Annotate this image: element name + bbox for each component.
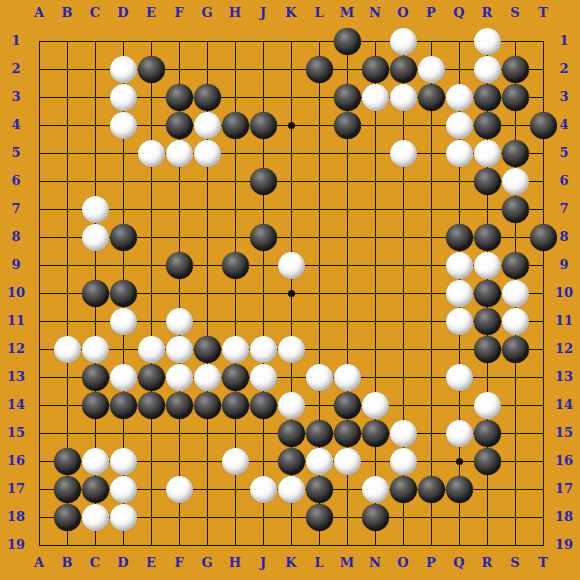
- white-stone: [166, 336, 193, 363]
- black-stone: [306, 56, 333, 83]
- white-stone: [390, 448, 417, 475]
- column-label-top: C: [85, 4, 105, 22]
- column-label-top: S: [505, 4, 525, 22]
- white-stone: [278, 476, 305, 503]
- white-stone: [474, 56, 501, 83]
- black-stone: [418, 84, 445, 111]
- black-stone: [306, 476, 333, 503]
- black-stone: [138, 364, 165, 391]
- black-stone: [194, 336, 221, 363]
- white-stone: [334, 364, 361, 391]
- white-stone: [474, 140, 501, 167]
- white-stone: [474, 28, 501, 55]
- white-stone: [446, 280, 473, 307]
- column-label-top: K: [281, 4, 301, 22]
- black-stone: [166, 252, 193, 279]
- white-stone: [446, 112, 473, 139]
- white-stone: [82, 448, 109, 475]
- white-stone: [390, 140, 417, 167]
- black-stone: [54, 476, 81, 503]
- column-label-top: N: [365, 4, 385, 22]
- white-stone: [446, 84, 473, 111]
- black-stone: [390, 56, 417, 83]
- black-stone: [530, 112, 557, 139]
- black-stone: [446, 224, 473, 251]
- white-stone: [194, 364, 221, 391]
- black-stone: [166, 112, 193, 139]
- white-stone: [474, 392, 501, 419]
- black-stone: [502, 252, 529, 279]
- white-stone: [110, 504, 137, 531]
- white-stone: [446, 308, 473, 335]
- white-stone: [222, 448, 249, 475]
- black-stone: [110, 280, 137, 307]
- column-label-top: J: [253, 4, 273, 22]
- black-stone: [418, 476, 445, 503]
- white-stone: [138, 336, 165, 363]
- white-stone: [222, 336, 249, 363]
- black-stone: [278, 420, 305, 447]
- black-stone: [222, 112, 249, 139]
- white-stone: [138, 140, 165, 167]
- white-stone: [446, 252, 473, 279]
- column-label-top: B: [57, 4, 77, 22]
- white-stone: [390, 420, 417, 447]
- black-stone: [222, 392, 249, 419]
- white-stone: [166, 476, 193, 503]
- column-label-top: Q: [449, 4, 469, 22]
- black-stone: [250, 392, 277, 419]
- black-stone: [278, 448, 305, 475]
- black-stone: [362, 420, 389, 447]
- white-stone: [110, 476, 137, 503]
- black-stone: [250, 112, 277, 139]
- black-stone: [166, 84, 193, 111]
- black-stone: [82, 476, 109, 503]
- black-stone: [306, 504, 333, 531]
- white-stone: [82, 336, 109, 363]
- white-stone: [502, 308, 529, 335]
- white-stone: [110, 308, 137, 335]
- black-stone: [222, 252, 249, 279]
- black-stone: [306, 420, 333, 447]
- black-stone: [362, 56, 389, 83]
- black-stone: [166, 392, 193, 419]
- white-stone: [278, 336, 305, 363]
- black-stone: [82, 364, 109, 391]
- black-stone: [474, 168, 501, 195]
- white-stone: [166, 308, 193, 335]
- white-stone: [250, 364, 277, 391]
- column-label-top: A: [29, 4, 49, 22]
- white-stone: [278, 392, 305, 419]
- black-stone: [222, 364, 249, 391]
- black-stone: [474, 84, 501, 111]
- black-stone: [334, 28, 361, 55]
- column-label-top: T: [533, 4, 553, 22]
- white-stone: [110, 112, 137, 139]
- white-stone: [362, 84, 389, 111]
- black-stone: [474, 336, 501, 363]
- go-board[interactable]: [25, 27, 557, 559]
- black-stone: [474, 420, 501, 447]
- white-stone: [110, 56, 137, 83]
- column-label-top: O: [393, 4, 413, 22]
- white-stone: [250, 336, 277, 363]
- black-stone: [502, 336, 529, 363]
- white-stone: [54, 336, 81, 363]
- white-stone: [306, 448, 333, 475]
- white-stone: [306, 364, 333, 391]
- white-stone: [110, 364, 137, 391]
- white-stone: [362, 476, 389, 503]
- white-stone: [110, 84, 137, 111]
- white-stone: [502, 280, 529, 307]
- black-stone: [362, 504, 389, 531]
- white-stone: [194, 140, 221, 167]
- white-stone: [82, 196, 109, 223]
- go-board-screen: AABBCCDDEEFFGGHHJJKKLLMMNNOOPPQQRRSSTT11…: [0, 0, 580, 580]
- white-stone: [82, 224, 109, 251]
- white-stone: [250, 476, 277, 503]
- black-stone: [138, 56, 165, 83]
- black-stone: [474, 224, 501, 251]
- black-stone: [502, 196, 529, 223]
- column-label-top: D: [113, 4, 133, 22]
- white-stone: [166, 364, 193, 391]
- column-label-top: G: [197, 4, 217, 22]
- white-stone: [390, 84, 417, 111]
- black-stone: [474, 448, 501, 475]
- column-label-top: F: [169, 4, 189, 22]
- black-stone: [502, 56, 529, 83]
- column-label-top: R: [477, 4, 497, 22]
- black-stone: [502, 140, 529, 167]
- black-stone: [54, 448, 81, 475]
- white-stone: [418, 56, 445, 83]
- white-stone: [166, 140, 193, 167]
- black-stone: [390, 476, 417, 503]
- column-label-top: E: [141, 4, 161, 22]
- black-stone: [110, 224, 137, 251]
- column-label-top: L: [309, 4, 329, 22]
- black-stone: [54, 504, 81, 531]
- black-stone: [474, 280, 501, 307]
- black-stone: [334, 112, 361, 139]
- white-stone: [110, 448, 137, 475]
- column-label-top: H: [225, 4, 245, 22]
- black-stone: [446, 476, 473, 503]
- column-label-top: P: [421, 4, 441, 22]
- black-stone: [474, 308, 501, 335]
- white-stone: [390, 28, 417, 55]
- white-stone: [194, 112, 221, 139]
- black-stone: [82, 392, 109, 419]
- column-label-top: M: [337, 4, 357, 22]
- white-stone: [362, 392, 389, 419]
- black-stone: [334, 420, 361, 447]
- black-stone: [502, 84, 529, 111]
- black-stone: [530, 224, 557, 251]
- white-stone: [278, 252, 305, 279]
- black-stone: [334, 84, 361, 111]
- white-stone: [502, 168, 529, 195]
- white-stone: [446, 364, 473, 391]
- black-stone: [110, 392, 137, 419]
- white-stone: [446, 140, 473, 167]
- black-stone: [138, 392, 165, 419]
- white-stone: [446, 420, 473, 447]
- white-stone: [334, 448, 361, 475]
- black-stone: [194, 392, 221, 419]
- black-stone: [250, 224, 277, 251]
- white-stone: [474, 252, 501, 279]
- white-stone: [82, 504, 109, 531]
- black-stone: [82, 280, 109, 307]
- black-stone: [194, 84, 221, 111]
- black-stone: [250, 168, 277, 195]
- black-stone: [474, 112, 501, 139]
- black-stone: [334, 392, 361, 419]
